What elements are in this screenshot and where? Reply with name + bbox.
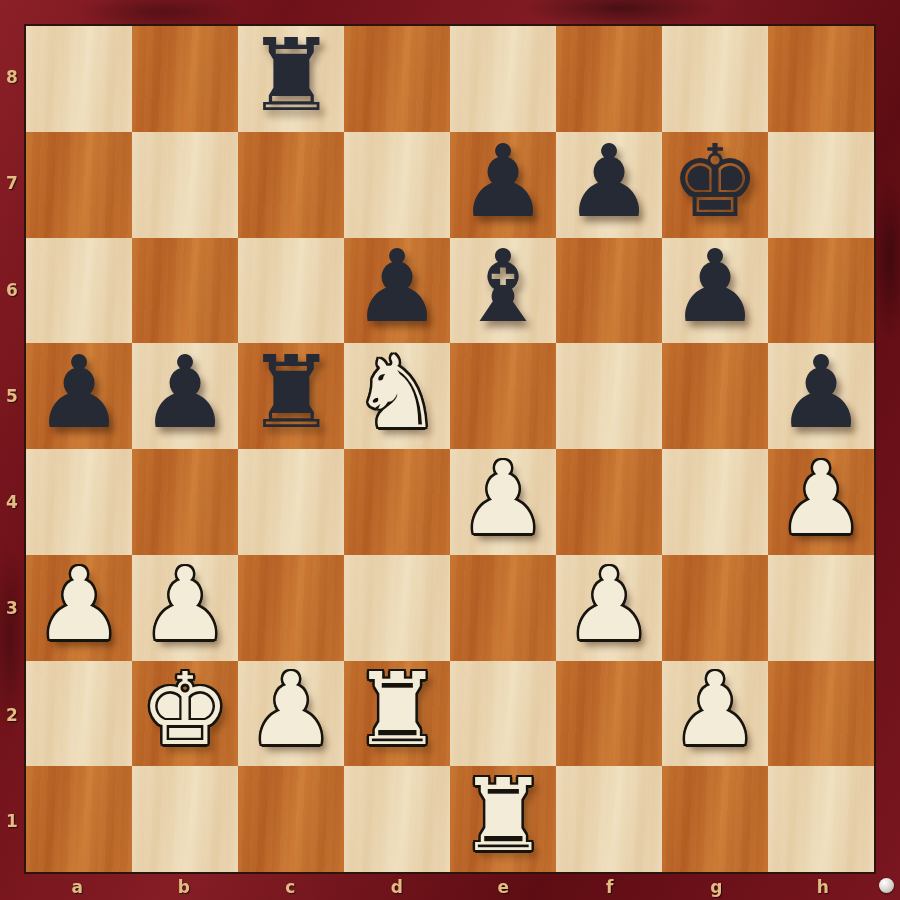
square-h8[interactable] bbox=[768, 26, 874, 132]
file-label-d: d bbox=[344, 874, 451, 900]
square-d4[interactable] bbox=[344, 449, 450, 555]
rank-label-6: 6 bbox=[0, 237, 24, 343]
white-pawn[interactable]: ♟ bbox=[246, 661, 336, 764]
square-a3[interactable]: ♟ bbox=[26, 555, 132, 661]
square-c2[interactable]: ♟ bbox=[238, 661, 344, 767]
file-label-c: c bbox=[237, 874, 344, 900]
square-d3[interactable] bbox=[344, 555, 450, 661]
square-d5[interactable]: ♞ bbox=[344, 343, 450, 449]
black-pawn[interactable]: ♟ bbox=[352, 238, 442, 341]
black-pawn[interactable]: ♟ bbox=[670, 238, 760, 341]
square-f7[interactable]: ♟ bbox=[556, 132, 662, 238]
square-e4[interactable]: ♟ bbox=[450, 449, 556, 555]
rank-label-4: 4 bbox=[0, 449, 24, 555]
black-bishop[interactable]: ♝ bbox=[458, 238, 548, 341]
black-pawn[interactable]: ♟ bbox=[140, 343, 230, 446]
square-b4[interactable] bbox=[132, 449, 238, 555]
white-rook[interactable]: ♜ bbox=[458, 766, 548, 869]
square-f1[interactable] bbox=[556, 766, 662, 872]
square-g3[interactable] bbox=[662, 555, 768, 661]
square-a2[interactable] bbox=[26, 661, 132, 767]
square-c7[interactable] bbox=[238, 132, 344, 238]
square-d6[interactable]: ♟ bbox=[344, 238, 450, 344]
square-h3[interactable] bbox=[768, 555, 874, 661]
black-pawn[interactable]: ♟ bbox=[34, 343, 124, 446]
white-king[interactable]: ♚ bbox=[140, 661, 230, 764]
rank-labels: 87654321 bbox=[0, 24, 24, 874]
black-rook[interactable]: ♜ bbox=[246, 343, 336, 446]
white-pawn[interactable]: ♟ bbox=[140, 555, 230, 658]
square-f5[interactable] bbox=[556, 343, 662, 449]
square-e1[interactable]: ♜ bbox=[450, 766, 556, 872]
chess-board-frame: 87654321 ♜♟♟♚♟♝♟♟♟♜♞♟♟♟♟♟♟♚♟♜♟♜ abcdefgh bbox=[0, 0, 900, 900]
square-b5[interactable]: ♟ bbox=[132, 343, 238, 449]
square-c8[interactable]: ♜ bbox=[238, 26, 344, 132]
rank-label-3: 3 bbox=[0, 555, 24, 661]
square-d8[interactable] bbox=[344, 26, 450, 132]
square-c3[interactable] bbox=[238, 555, 344, 661]
square-a6[interactable] bbox=[26, 238, 132, 344]
square-g5[interactable] bbox=[662, 343, 768, 449]
white-pawn[interactable]: ♟ bbox=[670, 661, 760, 764]
rank-label-8: 8 bbox=[0, 24, 24, 130]
square-f2[interactable] bbox=[556, 661, 662, 767]
square-a5[interactable]: ♟ bbox=[26, 343, 132, 449]
square-b1[interactable] bbox=[132, 766, 238, 872]
square-c4[interactable] bbox=[238, 449, 344, 555]
black-pawn[interactable]: ♟ bbox=[776, 343, 866, 446]
white-pawn[interactable]: ♟ bbox=[458, 449, 548, 552]
square-c1[interactable] bbox=[238, 766, 344, 872]
file-label-e: e bbox=[450, 874, 557, 900]
white-pawn[interactable]: ♟ bbox=[776, 449, 866, 552]
white-knight[interactable]: ♞ bbox=[352, 343, 442, 446]
white-pawn[interactable]: ♟ bbox=[34, 555, 124, 658]
square-e8[interactable] bbox=[450, 26, 556, 132]
square-c6[interactable] bbox=[238, 238, 344, 344]
square-e2[interactable] bbox=[450, 661, 556, 767]
file-label-f: f bbox=[557, 874, 664, 900]
rank-label-7: 7 bbox=[0, 130, 24, 236]
square-h2[interactable] bbox=[768, 661, 874, 767]
square-h7[interactable] bbox=[768, 132, 874, 238]
square-b8[interactable] bbox=[132, 26, 238, 132]
square-g7[interactable]: ♚ bbox=[662, 132, 768, 238]
square-g6[interactable]: ♟ bbox=[662, 238, 768, 344]
square-g8[interactable] bbox=[662, 26, 768, 132]
square-g4[interactable] bbox=[662, 449, 768, 555]
file-label-a: a bbox=[24, 874, 131, 900]
black-rook[interactable]: ♜ bbox=[246, 26, 336, 129]
square-e7[interactable]: ♟ bbox=[450, 132, 556, 238]
rank-label-5: 5 bbox=[0, 343, 24, 449]
square-f4[interactable] bbox=[556, 449, 662, 555]
square-h4[interactable]: ♟ bbox=[768, 449, 874, 555]
square-d2[interactable]: ♜ bbox=[344, 661, 450, 767]
square-g2[interactable]: ♟ bbox=[662, 661, 768, 767]
square-e5[interactable] bbox=[450, 343, 556, 449]
square-d1[interactable] bbox=[344, 766, 450, 872]
square-h6[interactable] bbox=[768, 238, 874, 344]
file-labels: abcdefgh bbox=[24, 874, 876, 900]
rank-label-1: 1 bbox=[0, 768, 24, 874]
black-king[interactable]: ♚ bbox=[670, 132, 760, 235]
square-b2[interactable]: ♚ bbox=[132, 661, 238, 767]
white-rook[interactable]: ♜ bbox=[352, 661, 442, 764]
square-a7[interactable] bbox=[26, 132, 132, 238]
black-pawn[interactable]: ♟ bbox=[564, 132, 654, 235]
square-a4[interactable] bbox=[26, 449, 132, 555]
file-label-h: h bbox=[770, 874, 877, 900]
square-a8[interactable] bbox=[26, 26, 132, 132]
black-pawn[interactable]: ♟ bbox=[458, 132, 548, 235]
square-h5[interactable]: ♟ bbox=[768, 343, 874, 449]
square-e3[interactable] bbox=[450, 555, 556, 661]
white-pawn[interactable]: ♟ bbox=[564, 555, 654, 658]
square-h1[interactable] bbox=[768, 766, 874, 872]
file-label-b: b bbox=[131, 874, 238, 900]
square-b6[interactable] bbox=[132, 238, 238, 344]
square-b3[interactable]: ♟ bbox=[132, 555, 238, 661]
square-g1[interactable] bbox=[662, 766, 768, 872]
square-f8[interactable] bbox=[556, 26, 662, 132]
square-b7[interactable] bbox=[132, 132, 238, 238]
square-f3[interactable]: ♟ bbox=[556, 555, 662, 661]
square-e6[interactable]: ♝ bbox=[450, 238, 556, 344]
square-f6[interactable] bbox=[556, 238, 662, 344]
chess-board: ♜♟♟♚♟♝♟♟♟♜♞♟♟♟♟♟♟♚♟♜♟♜ bbox=[24, 24, 876, 874]
square-d7[interactable] bbox=[344, 132, 450, 238]
square-a1[interactable] bbox=[26, 766, 132, 872]
file-label-g: g bbox=[663, 874, 770, 900]
square-c5[interactable]: ♜ bbox=[238, 343, 344, 449]
rank-label-2: 2 bbox=[0, 662, 24, 768]
side-to-move-indicator bbox=[879, 878, 894, 893]
